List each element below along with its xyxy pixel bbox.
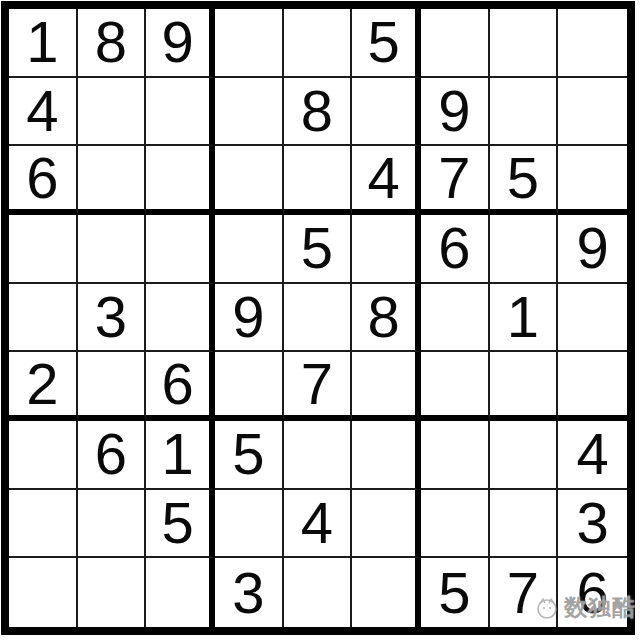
cell-r5c4[interactable]: 9 [215,284,284,353]
cell-r9c7[interactable]: 5 [421,558,490,627]
cell-r7c9[interactable]: 4 [558,421,627,490]
cell-r4c3[interactable] [146,215,215,284]
cell-r7c7[interactable] [421,421,490,490]
cell-r4c9[interactable]: 9 [558,215,627,284]
cell-r3c4[interactable] [215,146,284,215]
cell-r3c6[interactable]: 4 [352,146,421,215]
cell-r1c4[interactable] [215,9,284,78]
cell-r8c8[interactable] [490,490,559,559]
cell-r2c8[interactable] [490,78,559,147]
cell-r8c1[interactable] [9,490,78,559]
cell-r4c4[interactable] [215,215,284,284]
cell-r9c3[interactable] [146,558,215,627]
cell-r7c2[interactable]: 6 [78,421,147,490]
cell-r4c7[interactable]: 6 [421,215,490,284]
cell-r6c1[interactable]: 2 [9,352,78,421]
cell-r9c2[interactable] [78,558,147,627]
cell-r7c4[interactable]: 5 [215,421,284,490]
cell-r2c7[interactable]: 9 [421,78,490,147]
cell-r6c9[interactable] [558,352,627,421]
cell-r8c4[interactable] [215,490,284,559]
cell-r4c1[interactable] [9,215,78,284]
cell-r1c3[interactable]: 9 [146,9,215,78]
cell-r6c5[interactable]: 7 [284,352,353,421]
cell-r3c7[interactable]: 7 [421,146,490,215]
cell-r3c2[interactable] [78,146,147,215]
sudoku-grid: 18954896475569398126761545433576 [1,1,635,635]
cell-r2c5[interactable]: 8 [284,78,353,147]
cell-r7c3[interactable]: 1 [146,421,215,490]
cell-r5c5[interactable] [284,284,353,353]
cell-r9c5[interactable] [284,558,353,627]
cell-r8c7[interactable] [421,490,490,559]
cell-r3c5[interactable] [284,146,353,215]
cell-r8c3[interactable]: 5 [146,490,215,559]
cell-r2c2[interactable] [78,78,147,147]
cell-r9c1[interactable] [9,558,78,627]
cell-r9c9[interactable]: 6 [558,558,627,627]
cell-r6c6[interactable] [352,352,421,421]
cell-r5c3[interactable] [146,284,215,353]
cell-r4c5[interactable]: 5 [284,215,353,284]
cell-r1c6[interactable]: 5 [352,9,421,78]
cell-r1c5[interactable] [284,9,353,78]
sudoku-page: 18954896475569398126761545433576 数独酷 [0,0,640,640]
cell-r3c1[interactable]: 6 [9,146,78,215]
cell-r9c8[interactable]: 7 [490,558,559,627]
cell-r1c8[interactable] [490,9,559,78]
cell-r2c4[interactable] [215,78,284,147]
cell-r1c7[interactable] [421,9,490,78]
cell-r5c2[interactable]: 3 [78,284,147,353]
cell-r3c9[interactable] [558,146,627,215]
cell-r4c6[interactable] [352,215,421,284]
cell-r8c9[interactable]: 3 [558,490,627,559]
cell-r7c6[interactable] [352,421,421,490]
cell-r6c3[interactable]: 6 [146,352,215,421]
cell-r3c3[interactable] [146,146,215,215]
cell-r8c2[interactable] [78,490,147,559]
cell-r6c7[interactable] [421,352,490,421]
cell-r9c6[interactable] [352,558,421,627]
cell-r5c1[interactable] [9,284,78,353]
cell-r5c9[interactable] [558,284,627,353]
cell-r6c8[interactable] [490,352,559,421]
cell-r7c5[interactable] [284,421,353,490]
cell-r8c6[interactable] [352,490,421,559]
cell-r9c4[interactable]: 3 [215,558,284,627]
cell-r1c9[interactable] [558,9,627,78]
cell-r2c3[interactable] [146,78,215,147]
cell-r5c8[interactable]: 1 [490,284,559,353]
cell-r5c7[interactable] [421,284,490,353]
cell-r2c6[interactable] [352,78,421,147]
cell-r6c4[interactable] [215,352,284,421]
cell-r1c2[interactable]: 8 [78,9,147,78]
cell-r2c9[interactable] [558,78,627,147]
cell-r4c8[interactable] [490,215,559,284]
cell-r2c1[interactable]: 4 [9,78,78,147]
cell-r7c1[interactable] [9,421,78,490]
cell-r6c2[interactable] [78,352,147,421]
cell-r7c8[interactable] [490,421,559,490]
cell-r4c2[interactable] [78,215,147,284]
cell-r1c1[interactable]: 1 [9,9,78,78]
cell-r8c5[interactable]: 4 [284,490,353,559]
cell-r3c8[interactable]: 5 [490,146,559,215]
cell-r5c6[interactable]: 8 [352,284,421,353]
